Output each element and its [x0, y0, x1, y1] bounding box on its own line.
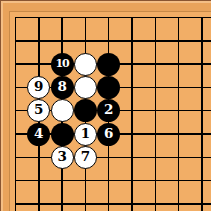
stone-white [74, 53, 97, 76]
stone-white [74, 76, 97, 99]
stone-black-move-10: 10 [51, 53, 74, 76]
grid-line-horizontal [15, 203, 211, 205]
move-number: 9 [34, 80, 43, 95]
move-number: 10 [55, 58, 68, 70]
stone-white-move-7: 7 [74, 146, 97, 169]
stone-black-move-4: 4 [27, 123, 50, 146]
stone-white [51, 99, 74, 122]
move-number: 5 [34, 103, 43, 118]
grid-line-vertical [178, 17, 180, 211]
grid-line-vertical [15, 17, 17, 211]
grid-line-vertical [155, 17, 157, 211]
board-frame-highlight-left [1, 1, 3, 211]
move-number: 2 [104, 103, 113, 118]
move-number: 8 [57, 80, 66, 95]
stone-black [97, 53, 120, 76]
grid-line-vertical [131, 17, 133, 211]
stone-white-move-1: 1 [74, 123, 97, 146]
stone-black [97, 76, 120, 99]
go-diagram: 10985241637 [0, 0, 211, 211]
stone-white-move-5: 5 [27, 99, 50, 122]
stone-black-move-8: 8 [51, 76, 74, 99]
move-number: 3 [57, 150, 66, 165]
stone-white-move-3: 3 [51, 146, 74, 169]
stone-white-move-9: 9 [27, 76, 50, 99]
move-number: 1 [81, 127, 90, 142]
stone-black-move-6: 6 [97, 123, 120, 146]
go-board: 10985241637 [9, 11, 211, 211]
board-frame-highlight-top [1, 1, 211, 3]
grid-line-horizontal [15, 40, 211, 42]
stone-black [51, 123, 74, 146]
grid-line-horizontal [15, 180, 211, 182]
stone-black [74, 99, 97, 122]
grid-line-vertical [201, 17, 203, 211]
move-number: 4 [34, 127, 43, 142]
grid-line-horizontal [15, 17, 211, 19]
grid-line-horizontal [15, 157, 211, 159]
move-number: 7 [81, 150, 90, 165]
move-number: 6 [104, 127, 113, 142]
stone-black-move-2: 2 [97, 99, 120, 122]
